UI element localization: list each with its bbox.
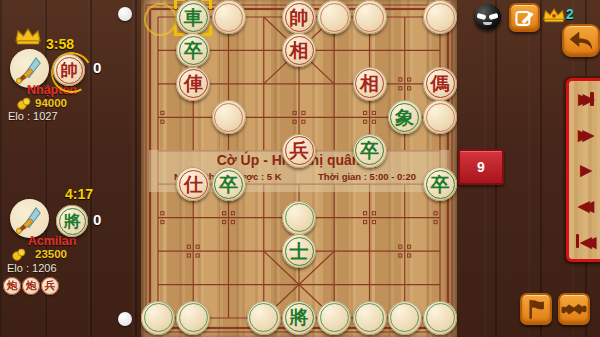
coin-balance-bottom: 23500 bbox=[35, 248, 67, 260]
board-piece-covered-green[interactable] bbox=[176, 301, 210, 335]
dagger-avatar-icon bbox=[13, 52, 47, 86]
piece-glyph: 卒 bbox=[219, 175, 238, 194]
fast-forward-button[interactable]: ▶▶ bbox=[578, 121, 594, 147]
coin-icon bbox=[17, 97, 31, 110]
player-panel-bottom: 4:17 將 0 Acmilan 23500 Elo : 1206 炮炮兵 bbox=[0, 186, 140, 311]
captured-piece: 炮 bbox=[3, 277, 21, 295]
board-piece-covered-red[interactable] bbox=[317, 0, 351, 34]
bomb-mouth bbox=[483, 22, 492, 25]
bar-glyph bbox=[590, 92, 594, 106]
coin-balance-top: 94000 bbox=[35, 97, 67, 109]
piece-glyph: 卒 bbox=[431, 175, 450, 194]
skip-to-start-icon: ◀◀ bbox=[580, 234, 589, 249]
screw-dot-top bbox=[118, 7, 132, 21]
board-piece-green[interactable]: 象 bbox=[388, 100, 422, 134]
last-move-origin-marker bbox=[144, 3, 177, 36]
rewind-button[interactable]: ◀◀ bbox=[578, 193, 594, 219]
undo-back-button[interactable] bbox=[562, 24, 600, 57]
piece-glyph: 兵 bbox=[290, 141, 309, 160]
board-piece-covered-green[interactable] bbox=[317, 301, 351, 335]
piece-glyph: 相 bbox=[290, 41, 309, 60]
board-piece-covered-red[interactable] bbox=[353, 0, 387, 34]
fast-forward-icon: ▶▶ bbox=[578, 127, 587, 142]
piece-glyph: 士 bbox=[290, 242, 309, 261]
skip-to-start-button[interactable]: ◀◀ bbox=[576, 228, 597, 254]
piece-glyph: 卒 bbox=[184, 41, 203, 60]
bomb-eye bbox=[477, 13, 487, 20]
board-piece-red[interactable]: 傌 bbox=[423, 67, 457, 101]
board-piece-red[interactable]: 俥 bbox=[176, 67, 210, 101]
board-piece-green[interactable]: 卒 bbox=[212, 167, 246, 201]
win-crown-icon bbox=[542, 7, 566, 23]
green-general-glyph: 將 bbox=[64, 213, 81, 230]
bomb-eye bbox=[489, 13, 499, 20]
move-number-badge: 9 bbox=[458, 149, 504, 185]
clock-bottom: 4:17 bbox=[65, 186, 93, 202]
leader-crown-icon bbox=[14, 27, 42, 45]
play-button[interactable]: ▶ bbox=[580, 157, 592, 183]
resign-flag-button[interactable] bbox=[520, 293, 552, 325]
board-piece-green[interactable]: 卒 bbox=[423, 167, 457, 201]
bar-glyph bbox=[576, 234, 580, 248]
board-piece-covered-green[interactable] bbox=[247, 301, 281, 335]
board-piece-red[interactable]: 兵 bbox=[282, 134, 316, 168]
bomb-fuse bbox=[485, 1, 489, 7]
pencil-edit-icon bbox=[512, 6, 538, 30]
board-piece-covered-green[interactable] bbox=[423, 301, 457, 335]
player-panel-top: 3:58 帥 0 Nhậptên 94000 Elo : 1027 bbox=[0, 27, 140, 127]
back-arrow-icon bbox=[566, 28, 596, 54]
edit-chat-button[interactable] bbox=[509, 3, 540, 32]
board-piece-green[interactable]: 卒 bbox=[353, 134, 387, 168]
player-name-bottom: Acmilan bbox=[2, 234, 102, 248]
time-control-text: Thời gian : 5:00 - 0:20 bbox=[318, 171, 416, 182]
side-disc-green: 將 bbox=[56, 205, 88, 237]
play-icon: ▶ bbox=[580, 162, 585, 177]
piece-glyph: 將 bbox=[290, 308, 309, 327]
piece-glyph: 俥 bbox=[184, 74, 203, 93]
side-disc-red: 帥 bbox=[53, 54, 85, 86]
board-piece-green[interactable]: 車 bbox=[176, 0, 210, 34]
board-piece-red[interactable]: 帥 bbox=[282, 0, 316, 34]
coin-icon bbox=[12, 248, 26, 261]
piece-glyph: 仕 bbox=[184, 175, 203, 194]
piece-glyph: 卒 bbox=[360, 141, 379, 160]
bomb-emote-button[interactable] bbox=[474, 4, 501, 30]
game-screen: 3:58 帥 0 Nhậptên 94000 Elo : 1027 4:17 bbox=[0, 0, 600, 337]
draw-handshake-button[interactable] bbox=[558, 293, 590, 325]
red-general-glyph: 帥 bbox=[61, 62, 78, 79]
board-piece-covered-green[interactable] bbox=[282, 201, 316, 235]
playback-strip: ▶▶▶▶▶◀◀◀◀ bbox=[566, 78, 600, 262]
board-piece-green[interactable]: 士 bbox=[282, 234, 316, 268]
board-piece-covered-red[interactable] bbox=[212, 100, 246, 134]
screw-dot-bottom bbox=[118, 312, 132, 326]
dagger-avatar-icon bbox=[13, 202, 47, 236]
skip-to-end-button[interactable]: ▶▶ bbox=[578, 86, 594, 112]
piece-glyph: 傌 bbox=[431, 74, 450, 93]
board-piece-green[interactable]: 將 bbox=[282, 301, 316, 335]
clock-top: 3:58 bbox=[46, 36, 74, 52]
captured-piece: 兵 bbox=[41, 277, 59, 295]
elo-bottom: Elo : 1206 bbox=[7, 262, 57, 274]
board-piece-red[interactable]: 相 bbox=[353, 67, 387, 101]
piece-glyph: 相 bbox=[360, 74, 379, 93]
flag-icon bbox=[523, 296, 549, 322]
board-piece-covered-green[interactable] bbox=[388, 301, 422, 335]
piece-glyph: 象 bbox=[395, 108, 414, 127]
win-crown-count: 2 bbox=[566, 6, 574, 22]
handshake-icon bbox=[560, 297, 588, 321]
board-piece-covered-green[interactable] bbox=[353, 301, 387, 335]
captured-pieces-tray: 炮炮兵 bbox=[3, 277, 59, 295]
board-piece-covered-green[interactable] bbox=[141, 301, 175, 335]
piece-glyph: 車 bbox=[184, 8, 203, 27]
board-piece-covered-red[interactable] bbox=[212, 0, 246, 34]
capture-count-bottom: 0 bbox=[93, 211, 101, 228]
captured-piece: 炮 bbox=[22, 277, 40, 295]
xiangqi-board[interactable]: Cờ Úp - Hiển thị quân úp Người thắng cượ… bbox=[141, 0, 457, 337]
rewind-icon: ◀◀ bbox=[578, 198, 587, 213]
avatar-bottom[interactable] bbox=[10, 199, 49, 238]
board-piece-covered-red[interactable] bbox=[423, 0, 457, 34]
capture-count-top: 0 bbox=[93, 59, 101, 76]
skip-to-end-icon: ▶▶ bbox=[578, 91, 587, 106]
elo-top: Elo : 1027 bbox=[8, 110, 58, 122]
piece-glyph: 帥 bbox=[290, 8, 309, 27]
